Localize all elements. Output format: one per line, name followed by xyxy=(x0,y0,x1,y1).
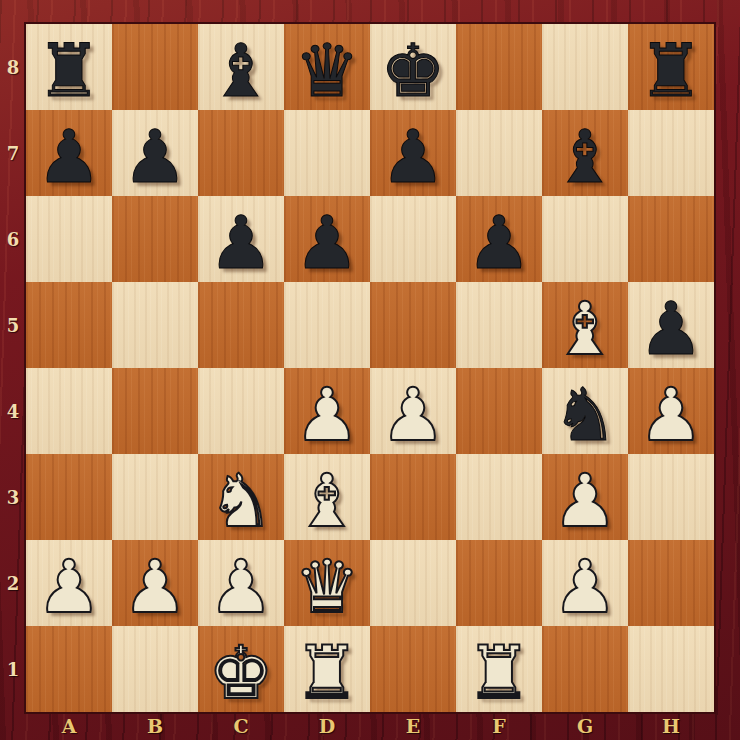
piece-white-rook[interactable]: ♜ xyxy=(466,636,531,709)
square-e3[interactable] xyxy=(370,454,456,540)
square-h1[interactable] xyxy=(628,626,714,712)
piece-black-pawn[interactable]: ♟ xyxy=(638,292,703,365)
piece-white-pawn[interactable]: ♟ xyxy=(552,550,617,623)
square-e6[interactable] xyxy=(370,196,456,282)
square-g3[interactable]: ♟ xyxy=(542,454,628,540)
square-c6[interactable]: ♟ xyxy=(198,196,284,282)
square-c8[interactable]: ♝ xyxy=(198,24,284,110)
square-e2[interactable] xyxy=(370,540,456,626)
square-f2[interactable] xyxy=(456,540,542,626)
square-e7[interactable]: ♟ xyxy=(370,110,456,196)
square-a5[interactable] xyxy=(26,282,112,368)
square-g7[interactable]: ♝ xyxy=(542,110,628,196)
piece-black-pawn[interactable]: ♟ xyxy=(122,120,187,193)
chess-board-frame: 8 7 6 5 4 3 2 1 A B C D E F G H ♜ ♝ ♛ ♚ … xyxy=(0,0,740,740)
square-f4[interactable] xyxy=(456,368,542,454)
piece-white-pawn[interactable]: ♟ xyxy=(36,550,101,623)
square-b8[interactable] xyxy=(112,24,198,110)
file-label-h: H xyxy=(628,712,714,740)
square-h8[interactable]: ♜ xyxy=(628,24,714,110)
square-c5[interactable] xyxy=(198,282,284,368)
piece-white-pawn[interactable]: ♟ xyxy=(552,464,617,537)
piece-black-rook[interactable]: ♜ xyxy=(638,34,703,107)
square-d1[interactable]: ♜ xyxy=(284,626,370,712)
square-h3[interactable] xyxy=(628,454,714,540)
square-e8[interactable]: ♚ xyxy=(370,24,456,110)
square-b7[interactable]: ♟ xyxy=(112,110,198,196)
piece-black-bishop[interactable]: ♝ xyxy=(552,120,617,193)
square-b6[interactable] xyxy=(112,196,198,282)
rank-label-4: 4 xyxy=(0,368,26,454)
square-a7[interactable]: ♟ xyxy=(26,110,112,196)
piece-black-bishop[interactable]: ♝ xyxy=(208,34,273,107)
square-g4[interactable]: ♞ xyxy=(542,368,628,454)
file-label-b: B xyxy=(112,712,198,740)
piece-black-pawn[interactable]: ♟ xyxy=(208,206,273,279)
piece-white-bishop[interactable]: ♝ xyxy=(552,292,617,365)
square-f5[interactable] xyxy=(456,282,542,368)
square-d3[interactable]: ♝ xyxy=(284,454,370,540)
square-c3[interactable]: ♞ xyxy=(198,454,284,540)
square-h5[interactable]: ♟ xyxy=(628,282,714,368)
piece-black-knight[interactable]: ♞ xyxy=(552,378,617,451)
square-a4[interactable] xyxy=(26,368,112,454)
square-f6[interactable]: ♟ xyxy=(456,196,542,282)
square-a1[interactable] xyxy=(26,626,112,712)
square-g2[interactable]: ♟ xyxy=(542,540,628,626)
piece-white-pawn[interactable]: ♟ xyxy=(380,378,445,451)
square-c2[interactable]: ♟ xyxy=(198,540,284,626)
file-label-g: G xyxy=(542,712,628,740)
square-b1[interactable] xyxy=(112,626,198,712)
square-g5[interactable]: ♝ xyxy=(542,282,628,368)
square-b2[interactable]: ♟ xyxy=(112,540,198,626)
square-f1[interactable]: ♜ xyxy=(456,626,542,712)
square-a8[interactable]: ♜ xyxy=(26,24,112,110)
piece-white-bishop[interactable]: ♝ xyxy=(294,464,359,537)
square-g6[interactable] xyxy=(542,196,628,282)
square-g1[interactable] xyxy=(542,626,628,712)
piece-white-knight[interactable]: ♞ xyxy=(208,464,273,537)
piece-black-rook[interactable]: ♜ xyxy=(36,34,101,107)
square-h4[interactable]: ♟ xyxy=(628,368,714,454)
piece-black-pawn[interactable]: ♟ xyxy=(294,206,359,279)
square-b3[interactable] xyxy=(112,454,198,540)
piece-black-king[interactable]: ♚ xyxy=(380,34,445,107)
square-a6[interactable] xyxy=(26,196,112,282)
piece-black-pawn[interactable]: ♟ xyxy=(466,206,531,279)
square-d6[interactable]: ♟ xyxy=(284,196,370,282)
square-a3[interactable] xyxy=(26,454,112,540)
square-b4[interactable] xyxy=(112,368,198,454)
piece-white-pawn[interactable]: ♟ xyxy=(294,378,359,451)
square-f7[interactable] xyxy=(456,110,542,196)
square-d2[interactable]: ♛ xyxy=(284,540,370,626)
file-label-e: E xyxy=(370,712,456,740)
piece-black-pawn[interactable]: ♟ xyxy=(380,120,445,193)
file-label-f: F xyxy=(456,712,542,740)
square-d7[interactable] xyxy=(284,110,370,196)
square-e4[interactable]: ♟ xyxy=(370,368,456,454)
file-label-a: A xyxy=(26,712,112,740)
square-h6[interactable] xyxy=(628,196,714,282)
square-c7[interactable] xyxy=(198,110,284,196)
square-h2[interactable] xyxy=(628,540,714,626)
piece-white-pawn[interactable]: ♟ xyxy=(122,550,187,623)
rank-label-3: 3 xyxy=(0,454,26,540)
square-b5[interactable] xyxy=(112,282,198,368)
chess-board: ♜ ♝ ♛ ♚ ♜ ♟ ♟ ♟ ♝ ♟ ♟ ♟ ♝ ♟ xyxy=(26,24,714,712)
rank-label-8: 8 xyxy=(0,24,26,110)
square-d8[interactable]: ♛ xyxy=(284,24,370,110)
square-a2[interactable]: ♟ xyxy=(26,540,112,626)
square-e5[interactable] xyxy=(370,282,456,368)
rank-label-2: 2 xyxy=(0,540,26,626)
piece-white-pawn[interactable]: ♟ xyxy=(638,378,703,451)
square-f8[interactable] xyxy=(456,24,542,110)
rank-label-5: 5 xyxy=(0,282,26,368)
square-e1[interactable] xyxy=(370,626,456,712)
piece-white-king[interactable]: ♚ xyxy=(208,636,273,709)
rank-label-6: 6 xyxy=(0,196,26,282)
rank-label-1: 1 xyxy=(0,626,26,712)
piece-black-queen[interactable]: ♛ xyxy=(294,34,359,107)
square-g8[interactable] xyxy=(542,24,628,110)
rank-label-7: 7 xyxy=(0,110,26,196)
file-label-c: C xyxy=(198,712,284,740)
piece-black-pawn[interactable]: ♟ xyxy=(36,120,101,193)
piece-white-queen[interactable]: ♛ xyxy=(294,550,359,623)
square-f3[interactable] xyxy=(456,454,542,540)
piece-white-pawn[interactable]: ♟ xyxy=(208,550,273,623)
square-d4[interactable]: ♟ xyxy=(284,368,370,454)
square-d5[interactable] xyxy=(284,282,370,368)
square-c1[interactable]: ♚ xyxy=(198,626,284,712)
square-h7[interactable] xyxy=(628,110,714,196)
square-c4[interactable] xyxy=(198,368,284,454)
file-label-d: D xyxy=(284,712,370,740)
piece-white-rook[interactable]: ♜ xyxy=(294,636,359,709)
